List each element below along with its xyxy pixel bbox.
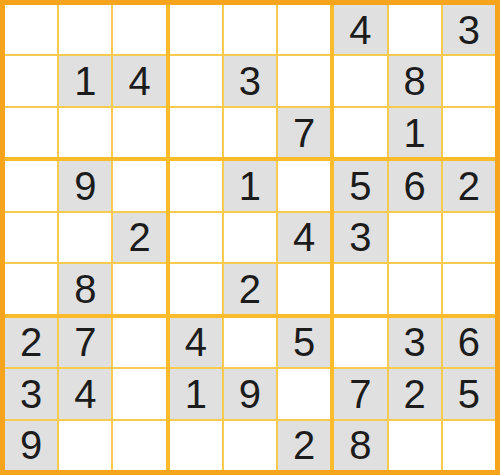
cell-r1c6-empty[interactable] [278, 5, 330, 54]
cell-r5c4-empty[interactable] [170, 213, 222, 262]
cell-r4c5-given: 1 [224, 161, 276, 210]
cell-r6c9-empty[interactable] [443, 264, 495, 313]
cell-r2c2-given: 1 [59, 56, 111, 105]
cell-r9c2-empty[interactable] [59, 421, 111, 470]
cell-r9c3-empty[interactable] [113, 421, 165, 470]
cell-r9c6-given: 2 [278, 421, 330, 470]
cell-r2c6-empty[interactable] [278, 56, 330, 105]
cell-r7c8-given: 3 [389, 318, 441, 367]
cell-r7c9-given: 6 [443, 318, 495, 367]
cell-r7c1-given: 2 [5, 318, 57, 367]
sudoku-block-5: 142 [170, 161, 331, 313]
cell-r3c4-empty[interactable] [170, 108, 222, 157]
cell-r6c1-empty[interactable] [5, 264, 57, 313]
cell-r5c2-empty[interactable] [59, 213, 111, 262]
sudoku-block-1: 14 [5, 5, 166, 157]
cell-r2c3-given: 4 [113, 56, 165, 105]
cell-r8c5-given: 9 [224, 369, 276, 418]
cell-r4c3-empty[interactable] [113, 161, 165, 210]
cell-r6c2-given: 8 [59, 264, 111, 313]
sudoku-block-2: 37 [170, 5, 331, 157]
cell-r8c1-given: 3 [5, 369, 57, 418]
cell-r4c9-given: 2 [443, 161, 495, 210]
sudoku-block-3: 4381 [334, 5, 495, 157]
cell-r3c1-empty[interactable] [5, 108, 57, 157]
cell-r4c2-given: 9 [59, 161, 111, 210]
cell-r7c2-given: 7 [59, 318, 111, 367]
cell-r8c8-given: 2 [389, 369, 441, 418]
cell-r6c6-empty[interactable] [278, 264, 330, 313]
cell-r3c5-empty[interactable] [224, 108, 276, 157]
cell-r3c3-empty[interactable] [113, 108, 165, 157]
cell-r7c3-empty[interactable] [113, 318, 165, 367]
sudoku-block-8: 45192 [170, 318, 331, 470]
cell-r7c7-empty[interactable] [334, 318, 386, 367]
cell-r3c2-empty[interactable] [59, 108, 111, 157]
cell-r2c9-empty[interactable] [443, 56, 495, 105]
cell-r2c5-given: 3 [224, 56, 276, 105]
cell-r7c4-given: 4 [170, 318, 222, 367]
cell-r5c6-given: 4 [278, 213, 330, 262]
cell-r6c5-given: 2 [224, 264, 276, 313]
sudoku-block-6: 5623 [334, 161, 495, 313]
cell-r3c7-empty[interactable] [334, 108, 386, 157]
cell-r9c4-empty[interactable] [170, 421, 222, 470]
cell-r2c1-empty[interactable] [5, 56, 57, 105]
cell-r1c4-empty[interactable] [170, 5, 222, 54]
cell-r8c4-given: 1 [170, 369, 222, 418]
cell-r4c1-empty[interactable] [5, 161, 57, 210]
cell-r5c1-empty[interactable] [5, 213, 57, 262]
sudoku-board: 1437438192814256232734945192367258 [0, 0, 500, 475]
cell-r6c7-empty[interactable] [334, 264, 386, 313]
cell-r2c4-empty[interactable] [170, 56, 222, 105]
cell-r9c5-empty[interactable] [224, 421, 276, 470]
cell-r8c9-given: 5 [443, 369, 495, 418]
cell-r1c7-given: 4 [334, 5, 386, 54]
cell-r9c7-given: 8 [334, 421, 386, 470]
cell-r8c2-given: 4 [59, 369, 111, 418]
cell-r6c3-empty[interactable] [113, 264, 165, 313]
cell-r4c8-given: 6 [389, 161, 441, 210]
sudoku-block-7: 27349 [5, 318, 166, 470]
cell-r1c5-empty[interactable] [224, 5, 276, 54]
cell-r9c8-empty[interactable] [389, 421, 441, 470]
cell-r1c9-given: 3 [443, 5, 495, 54]
cell-r3c9-empty[interactable] [443, 108, 495, 157]
cell-r4c6-empty[interactable] [278, 161, 330, 210]
cell-r9c9-empty[interactable] [443, 421, 495, 470]
cell-r4c4-empty[interactable] [170, 161, 222, 210]
cell-r5c7-given: 3 [334, 213, 386, 262]
cell-r8c7-given: 7 [334, 369, 386, 418]
sudoku-block-4: 928 [5, 161, 166, 313]
cell-r1c8-empty[interactable] [389, 5, 441, 54]
cell-r1c2-empty[interactable] [59, 5, 111, 54]
cell-r5c5-empty[interactable] [224, 213, 276, 262]
cell-r1c1-empty[interactable] [5, 5, 57, 54]
cell-r3c8-given: 1 [389, 108, 441, 157]
cell-r5c8-empty[interactable] [389, 213, 441, 262]
cell-r2c8-given: 8 [389, 56, 441, 105]
cell-r7c6-given: 5 [278, 318, 330, 367]
cell-r8c6-empty[interactable] [278, 369, 330, 418]
sudoku-block-9: 367258 [334, 318, 495, 470]
cell-r9c1-given: 9 [5, 421, 57, 470]
cell-r2c7-empty[interactable] [334, 56, 386, 105]
cell-r1c3-empty[interactable] [113, 5, 165, 54]
cell-r3c6-given: 7 [278, 108, 330, 157]
cell-r4c7-given: 5 [334, 161, 386, 210]
cell-r6c8-empty[interactable] [389, 264, 441, 313]
cell-r5c3-given: 2 [113, 213, 165, 262]
cell-r7c5-empty[interactable] [224, 318, 276, 367]
cell-r5c9-empty[interactable] [443, 213, 495, 262]
cell-r8c3-empty[interactable] [113, 369, 165, 418]
cell-r6c4-empty[interactable] [170, 264, 222, 313]
